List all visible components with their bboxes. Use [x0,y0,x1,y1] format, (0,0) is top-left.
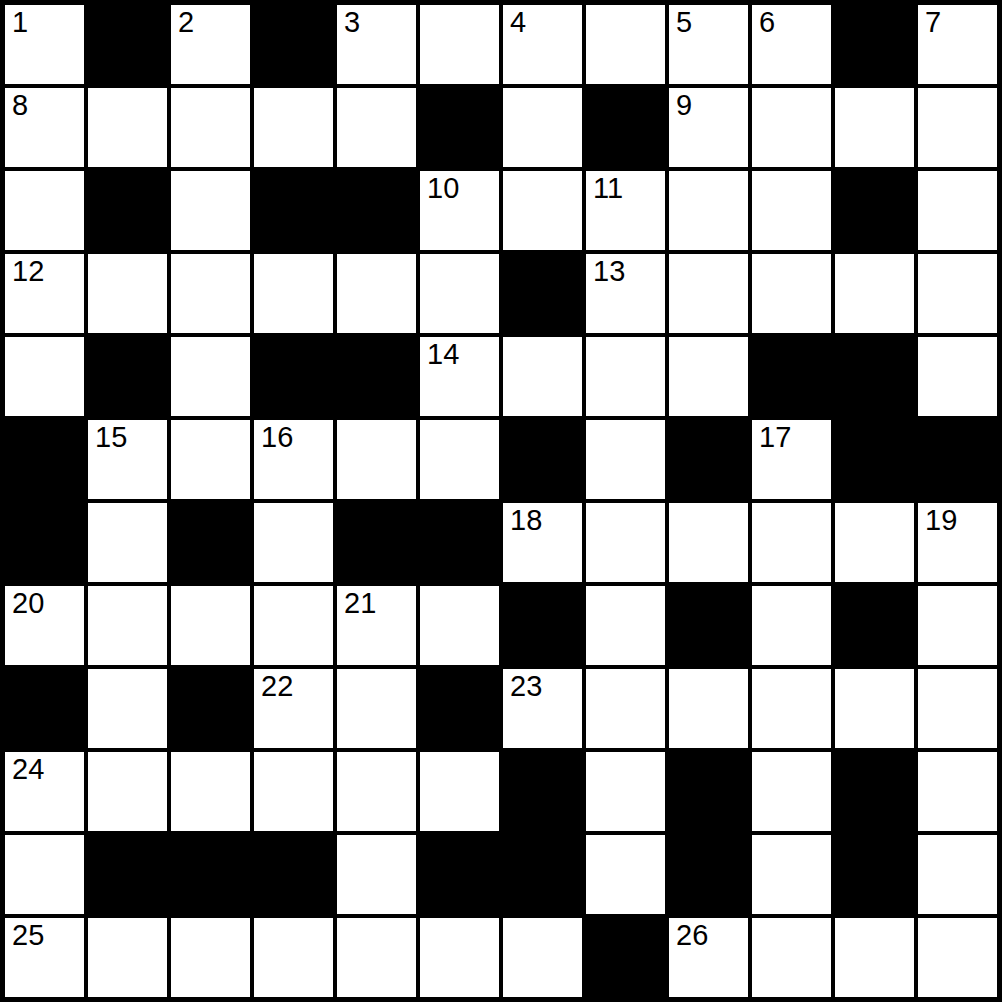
cell-r1c8[interactable]: 9 [669,88,748,167]
cell-r5c5[interactable] [420,420,499,499]
cell-r11c5[interactable] [420,918,499,997]
cell-r8c9[interactable] [752,669,831,748]
cell-r6c9[interactable] [752,503,831,582]
cell-r10c11[interactable] [918,835,997,914]
clue-number-11: 11 [593,172,623,205]
cell-r11c9[interactable] [752,918,831,997]
cell-r2c5[interactable]: 10 [420,171,499,250]
cell-r9c9[interactable] [752,752,831,831]
cell-r6c1[interactable] [88,503,167,582]
clue-number-7: 7 [925,6,941,39]
cell-r11c4[interactable] [337,918,416,997]
clue-number-23: 23 [510,670,542,703]
block-cell-r10c8 [669,835,748,914]
block-cell-r9c6 [503,752,582,831]
cell-r5c1[interactable]: 15 [88,420,167,499]
cell-r9c7[interactable] [586,752,665,831]
cell-r6c11[interactable]: 19 [918,503,997,582]
block-cell-r3c6 [503,254,582,333]
clue-number-24: 24 [12,753,44,786]
cell-r4c5[interactable]: 14 [420,337,499,416]
block-cell-r8c0 [5,669,84,748]
block-cell-r7c6 [503,586,582,665]
cell-r1c0[interactable]: 8 [5,88,84,167]
cell-r3c3[interactable] [254,254,333,333]
block-cell-r2c10 [835,171,914,250]
cell-r0c0[interactable]: 1 [5,5,84,84]
cell-r2c11[interactable] [918,171,997,250]
cell-r3c4[interactable] [337,254,416,333]
cell-r5c7[interactable] [586,420,665,499]
cell-r9c11[interactable] [918,752,997,831]
block-cell-r4c3 [254,337,333,416]
block-cell-r4c10 [835,337,914,416]
block-cell-r2c1 [88,171,167,250]
block-cell-r10c5 [420,835,499,914]
cell-r3c0[interactable]: 12 [5,254,84,333]
cell-r9c2[interactable] [171,752,250,831]
block-cell-r11c7 [586,918,665,997]
cell-r0c6[interactable]: 4 [503,5,582,84]
clue-number-10: 10 [427,172,459,205]
block-cell-r5c0 [5,420,84,499]
clue-number-12: 12 [12,255,44,288]
cell-r6c7[interactable] [586,503,665,582]
cell-r3c1[interactable] [88,254,167,333]
block-cell-r8c5 [420,669,499,748]
cell-r1c4[interactable] [337,88,416,167]
cell-r10c4[interactable] [337,835,416,914]
clue-number-9: 9 [676,89,692,122]
cell-r1c9[interactable] [752,88,831,167]
cell-r7c7[interactable] [586,586,665,665]
block-cell-r6c5 [420,503,499,582]
clue-number-2: 2 [178,6,194,39]
block-cell-r5c8 [669,420,748,499]
cell-r2c0[interactable] [5,171,84,250]
block-cell-r2c4 [337,171,416,250]
block-cell-r7c8 [669,586,748,665]
cell-r7c11[interactable] [918,586,997,665]
clue-number-20: 20 [12,587,44,620]
cell-r7c3[interactable] [254,586,333,665]
clue-number-18: 18 [510,504,542,537]
cell-r8c1[interactable] [88,669,167,748]
clue-number-3: 3 [344,6,360,39]
cell-r5c2[interactable] [171,420,250,499]
block-cell-r6c2 [171,503,250,582]
cell-r4c8[interactable] [669,337,748,416]
clue-number-19: 19 [925,504,957,537]
block-cell-r4c1 [88,337,167,416]
block-cell-r10c1 [88,835,167,914]
block-cell-r7c10 [835,586,914,665]
clue-number-14: 14 [427,338,459,371]
cell-r10c9[interactable] [752,835,831,914]
block-cell-r6c4 [337,503,416,582]
cell-r9c3[interactable] [254,752,333,831]
cell-r1c1[interactable] [88,88,167,167]
cell-r3c2[interactable] [171,254,250,333]
cell-r4c6[interactable] [503,337,582,416]
cell-r4c0[interactable] [5,337,84,416]
cell-r11c8[interactable]: 26 [669,918,748,997]
cell-r8c6[interactable]: 23 [503,669,582,748]
cell-r6c3[interactable] [254,503,333,582]
clue-number-22: 22 [261,670,293,703]
cell-r7c4[interactable]: 21 [337,586,416,665]
clue-number-17: 17 [759,421,791,454]
cell-r11c3[interactable] [254,918,333,997]
block-cell-r10c2 [171,835,250,914]
block-cell-r0c1 [88,5,167,84]
cell-r11c1[interactable] [88,918,167,997]
cell-r9c5[interactable] [420,752,499,831]
cell-r0c4[interactable]: 3 [337,5,416,84]
cell-r6c6[interactable]: 18 [503,503,582,582]
cell-r5c4[interactable] [337,420,416,499]
cell-r11c11[interactable] [918,918,997,997]
cell-r8c10[interactable] [835,669,914,748]
block-cell-r1c5 [420,88,499,167]
cell-r7c9[interactable] [752,586,831,665]
cell-r11c6[interactable] [503,918,582,997]
cell-r4c7[interactable] [586,337,665,416]
cell-r1c6[interactable] [503,88,582,167]
clue-number-13: 13 [593,255,625,288]
block-cell-r5c6 [503,420,582,499]
cell-r1c3[interactable] [254,88,333,167]
block-cell-r1c7 [586,88,665,167]
cell-r7c5[interactable] [420,586,499,665]
block-cell-r10c6 [503,835,582,914]
clue-number-8: 8 [12,89,28,122]
cell-r2c7[interactable]: 11 [586,171,665,250]
cell-r11c2[interactable] [171,918,250,997]
clue-number-25: 25 [12,919,44,952]
cell-r8c4[interactable] [337,669,416,748]
block-cell-r6c0 [5,503,84,582]
cell-r1c2[interactable] [171,88,250,167]
block-cell-r9c8 [669,752,748,831]
cell-r0c2[interactable]: 2 [171,5,250,84]
cell-r10c0[interactable] [5,835,84,914]
block-cell-r0c3 [254,5,333,84]
cell-r8c11[interactable] [918,669,997,748]
cell-r1c11[interactable] [918,88,997,167]
cell-r0c9[interactable]: 6 [752,5,831,84]
cell-r2c9[interactable] [752,171,831,250]
cell-r0c7[interactable] [586,5,665,84]
cell-r0c8[interactable]: 5 [669,5,748,84]
cell-r9c1[interactable] [88,752,167,831]
cell-r3c9[interactable] [752,254,831,333]
block-cell-r8c2 [171,669,250,748]
cell-r1c10[interactable] [835,88,914,167]
cell-r5c3[interactable]: 16 [254,420,333,499]
cell-r0c11[interactable]: 7 [918,5,997,84]
cell-r11c0[interactable]: 25 [5,918,84,997]
cell-r6c10[interactable] [835,503,914,582]
cell-r3c11[interactable] [918,254,997,333]
block-cell-r0c10 [835,5,914,84]
block-cell-r5c11 [918,420,997,499]
cell-r6c8[interactable] [669,503,748,582]
clue-number-21: 21 [344,587,376,620]
clue-number-15: 15 [95,421,127,454]
cell-r8c8[interactable] [669,669,748,748]
clue-number-1: 1 [12,6,28,39]
block-cell-r10c3 [254,835,333,914]
cell-r7c0[interactable]: 20 [5,586,84,665]
cell-r2c2[interactable] [171,171,250,250]
block-cell-r9c10 [835,752,914,831]
cell-r4c11[interactable] [918,337,997,416]
cell-r7c2[interactable] [171,586,250,665]
block-cell-r4c9 [752,337,831,416]
cell-r3c8[interactable] [669,254,748,333]
block-cell-r10c10 [835,835,914,914]
cell-r0c5[interactable] [420,5,499,84]
clue-number-26: 26 [676,919,708,952]
cell-r4c2[interactable] [171,337,250,416]
block-cell-r4c4 [337,337,416,416]
cell-r9c0[interactable]: 24 [5,752,84,831]
cell-r8c7[interactable] [586,669,665,748]
cell-r11c10[interactable] [835,918,914,997]
cell-r2c6[interactable] [503,171,582,250]
clue-number-4: 4 [510,6,526,39]
clue-number-6: 6 [759,6,775,39]
clue-number-5: 5 [676,6,692,39]
block-cell-r2c3 [254,171,333,250]
cell-r3c10[interactable] [835,254,914,333]
cell-r3c5[interactable] [420,254,499,333]
block-cell-r5c10 [835,420,914,499]
cell-r3c7[interactable]: 13 [586,254,665,333]
crossword-grid: 1234567891011121314151617181920212223242… [0,0,1002,1002]
cell-r7c1[interactable] [88,586,167,665]
cell-r2c8[interactable] [669,171,748,250]
cell-r9c4[interactable] [337,752,416,831]
cell-r5c9[interactable]: 17 [752,420,831,499]
cell-r10c7[interactable] [586,835,665,914]
clue-number-16: 16 [261,421,293,454]
cell-r8c3[interactable]: 22 [254,669,333,748]
